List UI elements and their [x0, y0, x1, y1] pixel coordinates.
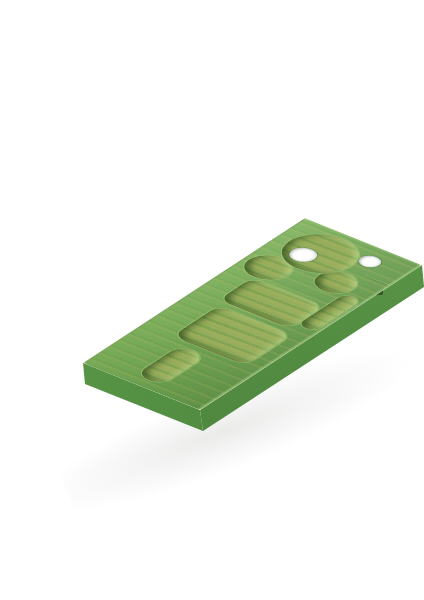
- pit-slot-1[interactable]: [135, 346, 206, 386]
- product-photo-scene: [0, 0, 424, 600]
